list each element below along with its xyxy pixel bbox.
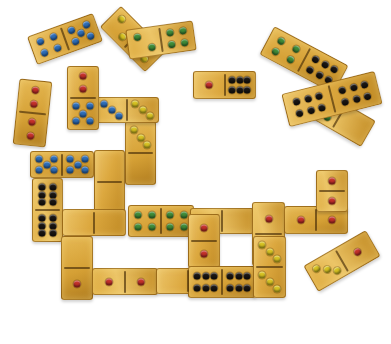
blue-pip	[74, 161, 81, 168]
black-pip	[229, 87, 236, 94]
blue-pip	[86, 32, 95, 41]
black-pip	[360, 80, 368, 88]
domino-divider	[315, 209, 317, 232]
blue-pip	[67, 167, 74, 174]
domino-half-green2	[126, 26, 163, 58]
domino-divider	[97, 181, 123, 183]
yellow-pip	[146, 112, 153, 119]
domino-half-red1	[189, 241, 219, 267]
black-pip	[210, 285, 217, 292]
domino-table	[0, 0, 391, 344]
black-pip	[315, 70, 324, 79]
black-pip	[227, 273, 234, 280]
domino-divider	[255, 233, 282, 235]
blue-pip	[50, 155, 57, 162]
domino-half-blue5	[68, 98, 98, 129]
blue-pip	[73, 117, 80, 124]
yellow-pip	[139, 107, 146, 114]
yellow-pip	[312, 263, 322, 273]
domino-half-red1	[125, 269, 157, 294]
domino-divider	[126, 99, 128, 120]
black-pip	[38, 183, 45, 190]
domino-half-red2	[68, 67, 98, 98]
domino-half-yellow3	[254, 267, 285, 297]
black-pip	[38, 222, 45, 229]
domino-scatter-blue4-blue5[interactable]	[27, 13, 103, 65]
blue-pip	[82, 20, 91, 29]
domino-divider	[221, 210, 223, 231]
black-pip	[338, 86, 346, 94]
domino-half-red1	[93, 269, 125, 294]
domino-chain-black6-black6-left[interactable]	[32, 178, 63, 242]
black-pip	[210, 273, 217, 280]
black-pip	[202, 273, 209, 280]
domino-chain-red1-red1-bottom[interactable]	[92, 268, 158, 295]
domino-half-red1	[285, 207, 316, 233]
blue-pip	[73, 103, 80, 110]
blue-pip	[86, 103, 93, 110]
domino-half-red2	[14, 111, 48, 146]
red-pip	[265, 215, 272, 222]
red-pip	[138, 278, 145, 285]
domino-divider	[160, 208, 162, 234]
black-pip	[292, 97, 300, 105]
domino-divider	[256, 266, 283, 268]
blue-pip	[36, 37, 45, 46]
blue-pip	[36, 155, 43, 162]
blue-pip	[36, 167, 43, 174]
yellow-pip	[259, 272, 266, 279]
black-pip	[236, 87, 243, 94]
domino-chain-red1-red1-vert[interactable]	[188, 214, 220, 268]
domino-chain-blue3-yellow3[interactable]	[95, 97, 159, 123]
domino-divider	[319, 190, 345, 192]
black-pip	[295, 109, 303, 117]
yellow-pip	[266, 249, 273, 256]
black-pip	[307, 107, 315, 115]
black-pip	[318, 104, 326, 112]
blue-pip	[115, 112, 122, 119]
black-pip	[38, 230, 45, 237]
black-pip	[349, 83, 357, 91]
domino-half-red1	[317, 191, 347, 211]
yellow-pip	[259, 242, 266, 249]
domino-divider	[61, 154, 63, 176]
black-pip	[227, 285, 234, 292]
domino-half-blue5	[31, 152, 62, 177]
black-pip	[50, 191, 57, 198]
domino-divider	[191, 240, 217, 242]
black-pip	[194, 273, 201, 280]
red-pip	[329, 178, 336, 185]
green-pip	[135, 224, 142, 231]
blue-pip	[53, 43, 62, 52]
domino-chain-yellow3-blank[interactable]	[125, 121, 156, 185]
domino-half-blank	[63, 210, 94, 235]
yellow-pip	[130, 127, 137, 134]
red-pip	[201, 251, 208, 258]
black-pip	[341, 98, 349, 106]
red-pip	[329, 198, 336, 205]
domino-half-red1	[189, 215, 219, 241]
red-pip	[297, 217, 304, 224]
blue-pip	[86, 117, 93, 124]
domino-half-red1	[194, 72, 225, 98]
black-pip	[235, 285, 242, 292]
black-pip	[38, 199, 45, 206]
black-pip	[229, 76, 236, 83]
domino-half-red2	[17, 80, 51, 115]
black-pip	[235, 273, 242, 280]
green-pip	[180, 211, 187, 218]
green-pip	[167, 211, 174, 218]
black-pip	[243, 273, 250, 280]
black-pip	[329, 64, 338, 73]
domino-half-blue5	[62, 152, 93, 177]
black-pip	[202, 285, 209, 292]
black-pip	[244, 87, 251, 94]
domino-half-blank	[126, 153, 155, 184]
domino-half-yellow3	[127, 98, 158, 122]
yellow-pip	[273, 285, 280, 292]
blue-pip	[67, 25, 76, 34]
domino-half-yellow3	[254, 237, 285, 267]
black-pip	[311, 55, 320, 64]
red-pip	[30, 100, 38, 108]
red-pip	[74, 280, 81, 287]
blue-pip	[49, 32, 58, 41]
blue-pip	[81, 167, 88, 174]
blue-pip	[50, 167, 57, 174]
red-pip	[352, 247, 362, 257]
domino-half-blank	[95, 151, 124, 182]
green-pip	[148, 211, 155, 218]
yellow-pip	[117, 14, 127, 24]
domino-divider	[70, 97, 96, 99]
black-pip	[50, 214, 57, 221]
domino-half-blank	[222, 209, 253, 233]
green-pip	[181, 39, 189, 47]
domino-half-black6	[222, 267, 255, 297]
domino-scatter-red1-black6[interactable]	[193, 71, 256, 99]
green-pip	[286, 55, 295, 64]
black-pip	[243, 285, 250, 292]
red-pip	[31, 86, 39, 94]
red-pip	[28, 118, 36, 126]
domino-chain-red1-red1-top[interactable]	[316, 170, 348, 212]
blue-pip	[76, 29, 85, 38]
domino-chain-blank-blank-mid[interactable]	[94, 150, 125, 214]
green-pip	[133, 33, 141, 41]
black-pip	[50, 199, 57, 206]
domino-half-green4	[129, 206, 161, 236]
domino-half-blank	[157, 269, 188, 293]
domino-half-blank	[94, 210, 125, 235]
red-pip	[26, 132, 34, 140]
green-pip	[135, 211, 142, 218]
yellow-pip	[322, 265, 332, 275]
domino-divider	[128, 152, 154, 154]
black-pip	[364, 92, 372, 100]
domino-scatter-yellow3-red1[interactable]	[303, 230, 380, 292]
domino-half-blank	[62, 237, 92, 268]
blue-pip	[71, 37, 80, 46]
black-pip	[50, 222, 57, 229]
domino-divider	[64, 267, 90, 269]
domino-chain-black6-black6-bottom[interactable]	[188, 266, 256, 298]
domino-divider	[221, 269, 223, 295]
black-pip	[352, 95, 360, 103]
domino-half-red1	[62, 268, 92, 299]
black-pip	[320, 60, 329, 69]
black-pip	[244, 76, 251, 83]
domino-half-red1	[317, 171, 347, 191]
yellow-pip	[332, 267, 342, 277]
green-pip	[148, 224, 155, 231]
black-pip	[38, 191, 45, 198]
black-pip	[194, 285, 201, 292]
blue-pip	[80, 110, 87, 117]
yellow-pip	[137, 134, 144, 141]
green-pip	[179, 27, 187, 35]
domino-chain-yellow3-yellow3[interactable]	[253, 236, 286, 298]
red-pip	[206, 82, 213, 89]
green-pip	[277, 36, 286, 45]
domino-half-green4	[159, 22, 196, 54]
black-pip	[50, 230, 57, 237]
blue-pip	[43, 161, 50, 168]
black-pip	[50, 183, 57, 190]
red-pip	[201, 225, 208, 232]
yellow-pip	[132, 101, 139, 108]
green-pip	[167, 41, 175, 49]
green-pip	[166, 29, 174, 37]
black-pip	[303, 94, 311, 102]
red-pip	[80, 86, 87, 93]
domino-chain-red2-blue5[interactable]	[67, 66, 99, 130]
green-pip	[180, 224, 187, 231]
green-pip	[167, 224, 174, 231]
domino-half-yellow3	[126, 122, 155, 153]
black-pip	[315, 91, 323, 99]
domino-scatter-red2-red2[interactable]	[13, 78, 53, 147]
black-pip	[236, 76, 243, 83]
blue-pip	[81, 155, 88, 162]
domino-half-red1	[253, 203, 284, 234]
domino-half-blue3	[96, 98, 127, 122]
domino-chain-blue5-blue5[interactable]	[30, 151, 94, 178]
blue-pip	[67, 155, 74, 162]
yellow-pip	[273, 255, 280, 262]
green-pip	[271, 47, 280, 56]
green-pip	[148, 43, 156, 51]
domino-divider	[93, 212, 95, 234]
black-pip	[38, 214, 45, 221]
domino-divider	[187, 270, 189, 291]
domino-chain-blank-blank-low[interactable]	[62, 209, 126, 236]
domino-divider	[124, 271, 126, 293]
domino-half-black6	[189, 267, 222, 297]
domino-chain-green4-green4[interactable]	[128, 205, 194, 237]
domino-half-black6	[225, 72, 256, 98]
red-pip	[328, 217, 335, 224]
domino-divider	[35, 209, 61, 211]
domino-half-black6	[33, 179, 62, 210]
domino-chain-blank-red1[interactable]	[61, 236, 93, 300]
green-pip	[292, 44, 301, 53]
red-pip	[106, 278, 113, 285]
yellow-pip	[266, 279, 273, 286]
blue-pip	[40, 48, 49, 57]
black-pip	[305, 65, 314, 74]
blue-pip	[101, 101, 108, 108]
domino-half-black6	[33, 210, 62, 241]
red-pip	[80, 72, 87, 79]
domino-divider	[224, 74, 226, 97]
blue-pip	[108, 107, 115, 114]
yellow-pip	[144, 141, 151, 148]
